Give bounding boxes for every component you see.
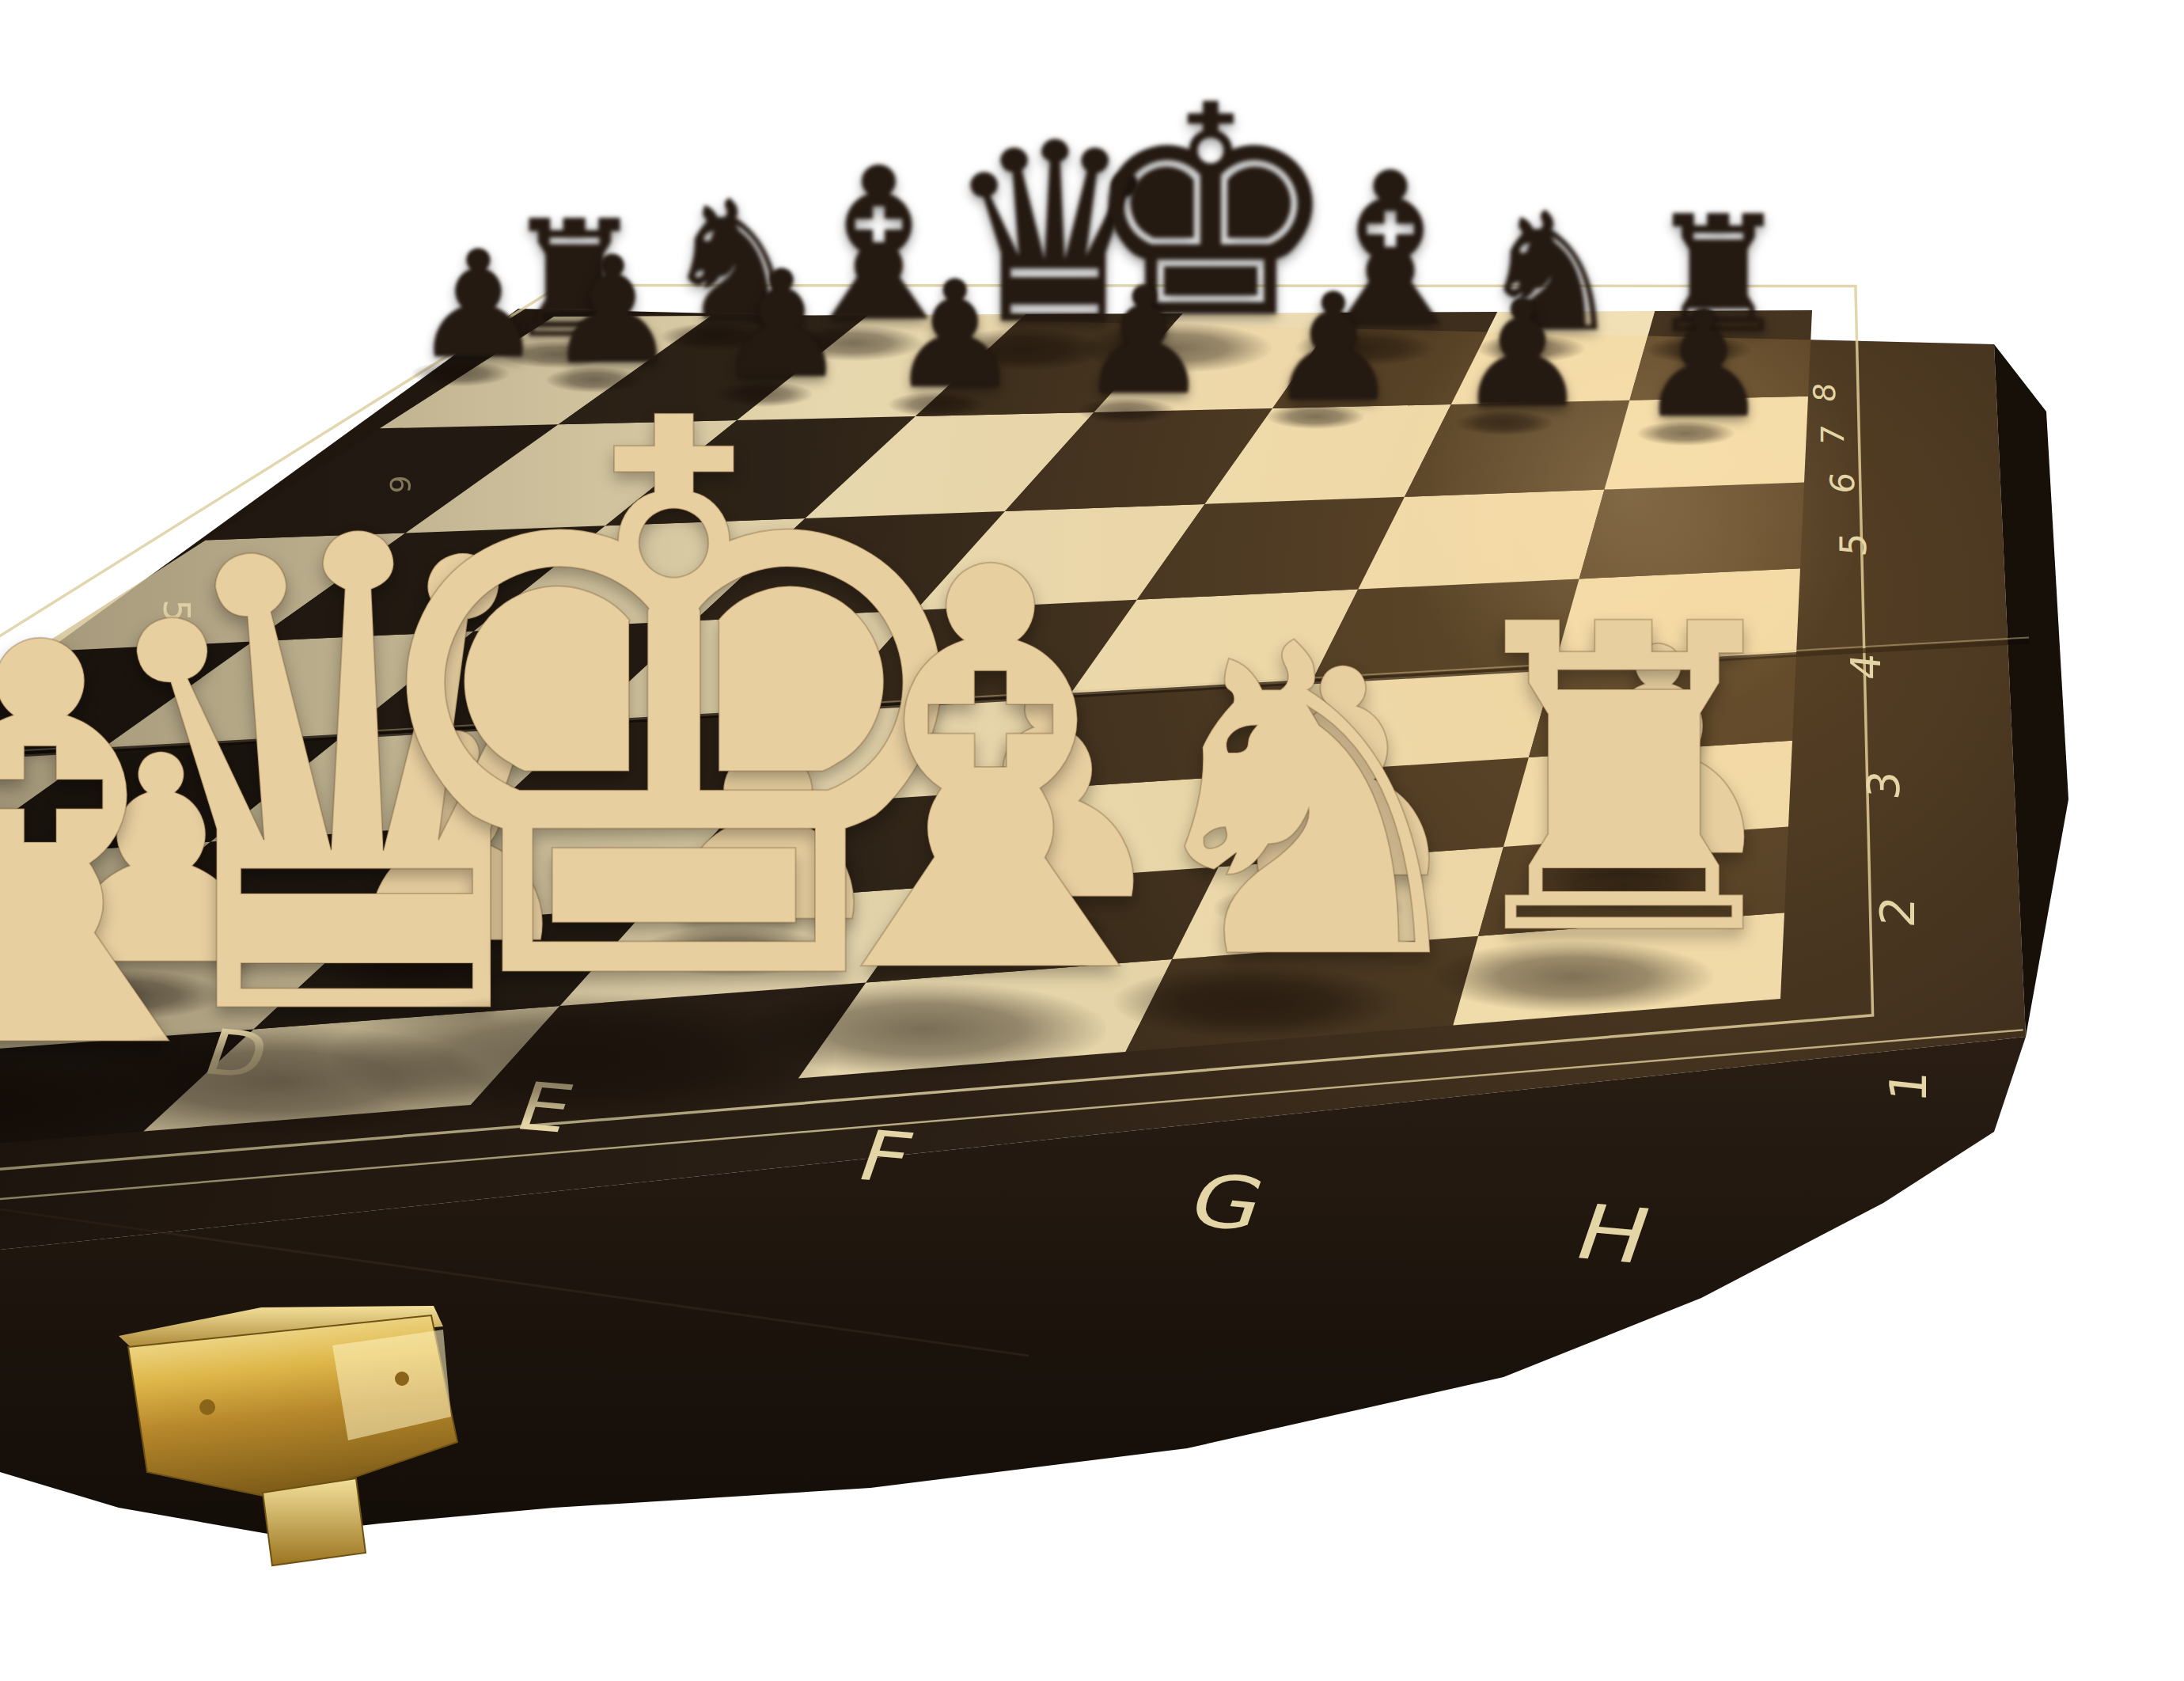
rank-label-right-1: 1 [1879, 1067, 1938, 1105]
brass-latch [119, 1306, 457, 1565]
rank-label-right-8: 8 [1807, 381, 1842, 404]
latch-screw [395, 1372, 409, 1386]
rank-label-right-5: 5 [1832, 531, 1875, 559]
piece-black-pawn-h7: ♟ [1637, 291, 1769, 439]
rank-label-right-7: 7 [1814, 423, 1851, 447]
piece-white-rook-h1: ♜ [1435, 571, 1814, 993]
rank-label-right-3: 3 [1858, 768, 1909, 802]
piece-black-pawn-e7: ♟ [1078, 268, 1210, 416]
latch-screw [199, 1399, 215, 1415]
rank-label-right-6: 6 [1823, 470, 1862, 495]
latch-tab [263, 1478, 366, 1565]
piece-black-pawn-g7: ♟ [1456, 281, 1588, 429]
rank-label-right-4: 4 [1842, 651, 1890, 681]
piece-black-pawn-f7: ♟ [1267, 275, 1399, 423]
chess-set-photo: DEFGH12345678456 ♜♞♝♛♚♝♞♜♟♟♟♟♟♟♟♟♟♟♟♟♟♟♟… [0, 0, 2184, 1681]
rank-label-right-2: 2 [1870, 894, 1925, 930]
